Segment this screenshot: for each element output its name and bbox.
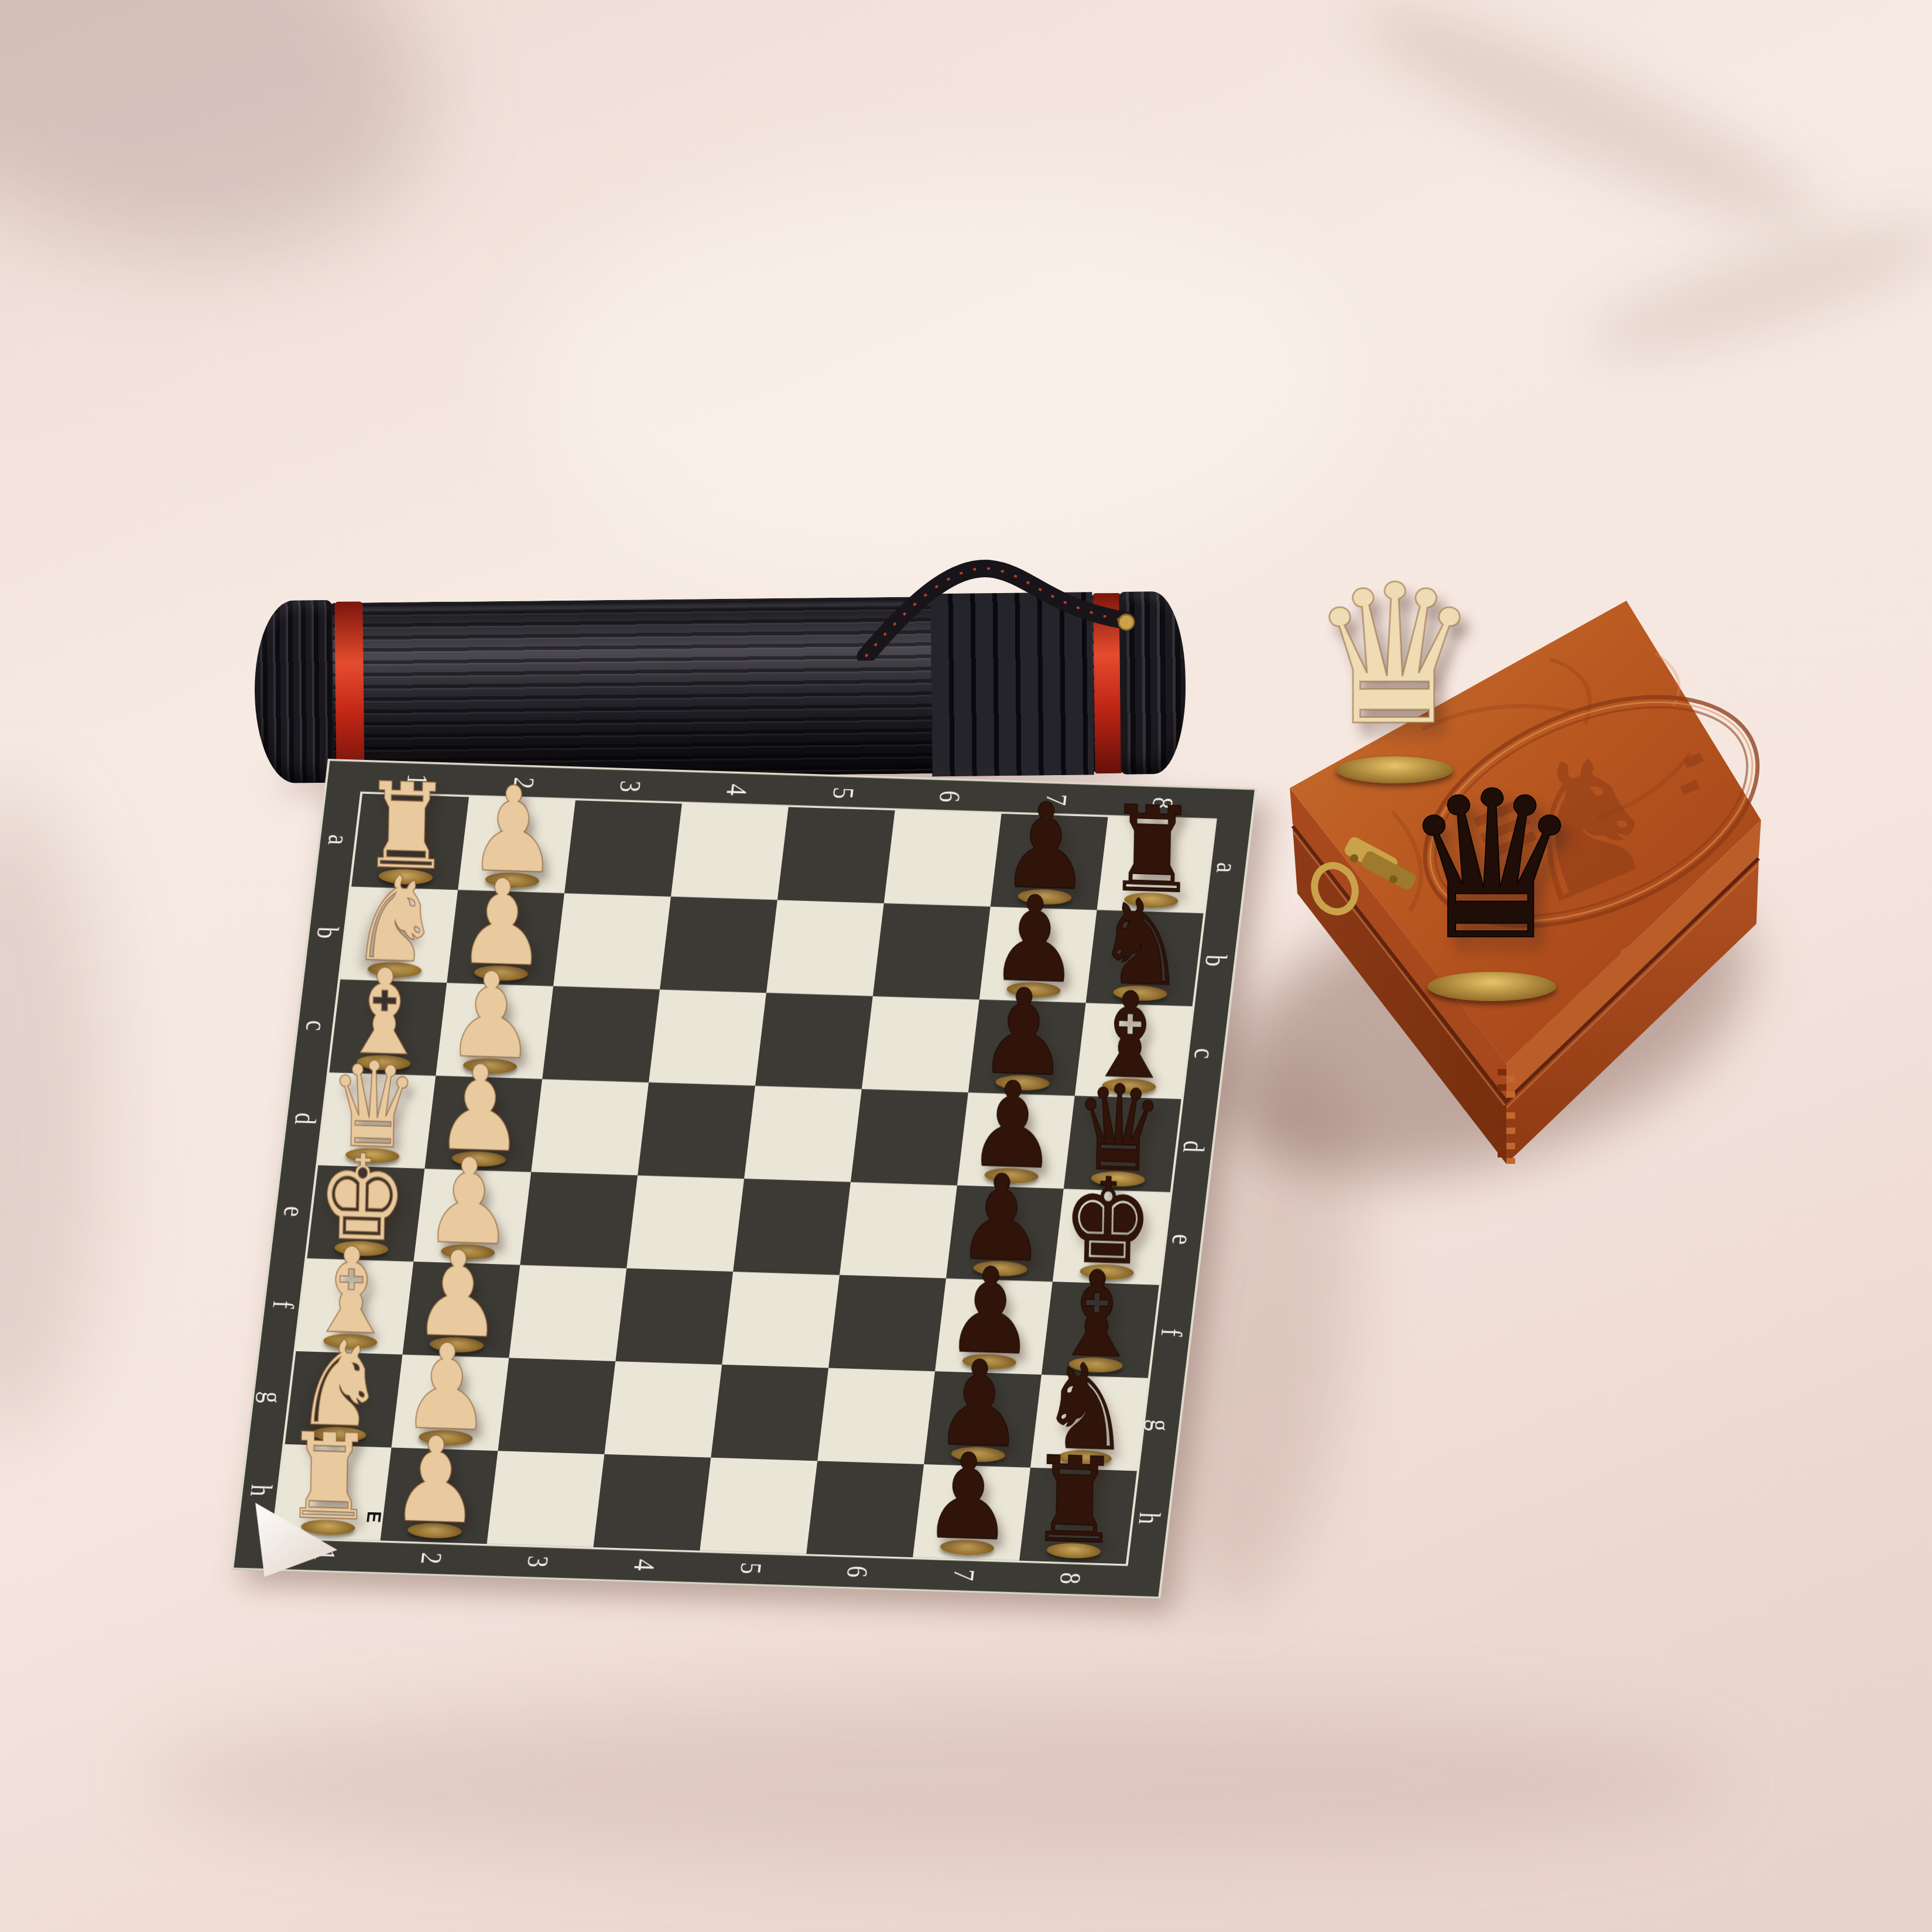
black-pawn-h7[interactable]: ♟	[914, 1432, 1023, 1563]
file-label-right-g: g	[1143, 1419, 1179, 1431]
fabric-highlight	[527, 176, 1347, 585]
tube-left-red-ring	[334, 601, 364, 780]
square-e3[interactable]	[520, 1172, 638, 1268]
square-b4[interactable]	[660, 897, 777, 993]
square-b5[interactable]	[766, 900, 884, 996]
fabric-shadow-left	[0, 790, 105, 1434]
fabric-wrinkle-2	[1578, 198, 1932, 381]
file-label-right-c: c	[1187, 1047, 1222, 1059]
square-a3[interactable]	[564, 800, 682, 896]
white-rook-h1[interactable]: ♜	[275, 1412, 383, 1542]
square-g4[interactable]	[604, 1361, 722, 1457]
file-label-left-g: g	[255, 1390, 290, 1403]
square-d5[interactable]	[744, 1086, 862, 1182]
file-label-right-h: h	[1132, 1512, 1167, 1525]
black-queen-brass-base	[1427, 972, 1556, 1001]
file-label-right-a: a	[1210, 862, 1245, 873]
fabric-shadow-topleft	[0, 0, 470, 311]
square-c4[interactable]	[649, 989, 766, 1085]
square-e5[interactable]	[733, 1179, 851, 1275]
piece-storage-tube	[254, 591, 1186, 784]
rank-label-top-5: 5	[826, 786, 862, 799]
square-a4[interactable]	[671, 804, 789, 900]
rank-label-bottom-6: 6	[840, 1565, 876, 1578]
white-queen-glyph: ♛	[1295, 539, 1494, 773]
file-label-left-c: c	[299, 1020, 334, 1032]
square-c3[interactable]	[542, 986, 660, 1083]
fabric-wrinkle-1	[1339, 0, 1835, 256]
file-label-left-h: h	[244, 1484, 279, 1496]
strap-brass-screw	[1119, 615, 1134, 630]
square-h4[interactable]	[593, 1454, 711, 1550]
square-f5[interactable]	[722, 1272, 840, 1368]
black-queen-on-box[interactable]: ♛	[1386, 744, 1597, 1001]
white-pawn-h2[interactable]: ♟	[381, 1415, 490, 1546]
square-h2[interactable]: ♟	[381, 1447, 498, 1543]
rank-label-top-3-cell: 3	[576, 769, 686, 804]
fabric-shadow-bottom	[146, 1698, 1727, 1862]
rank-label-bottom-8: 8	[1053, 1571, 1088, 1584]
square-a5[interactable]	[777, 807, 895, 903]
file-label-left-f: f	[266, 1300, 301, 1308]
rank-label-bottom-3-cell: 3	[483, 1544, 593, 1579]
rank-label-top-6: 6	[933, 790, 968, 803]
rank-label-bottom-4: 4	[627, 1558, 663, 1571]
tube-carry-strap	[853, 549, 1147, 660]
square-h6[interactable]	[806, 1461, 924, 1557]
square-b3[interactable]	[553, 893, 671, 989]
rank-label-top-5-cell: 5	[789, 775, 899, 810]
file-label-left-b: b	[310, 926, 345, 939]
rank-label-bottom-3: 3	[520, 1555, 556, 1568]
rank-label-bottom-7: 7	[947, 1568, 982, 1581]
rank-label-bottom-6-cell: 6	[803, 1554, 913, 1589]
chessboard: 12345678 12345678 abcdefgh abcdefgh ♜♟♟♜…	[231, 759, 1257, 1599]
file-label-left-e: e	[277, 1205, 312, 1217]
product-photo-scene: 12345678 12345678 abcdefgh abcdefgh ♜♟♟♜…	[0, 0, 1932, 1932]
file-label-right-d: d	[1176, 1140, 1212, 1153]
square-g3[interactable]	[498, 1358, 615, 1454]
rank-label-top-6-cell: 6	[895, 779, 1005, 814]
black-queen-glyph: ♛	[1386, 744, 1597, 989]
square-h8[interactable]: ♜	[1019, 1468, 1137, 1564]
square-f4[interactable]	[615, 1268, 733, 1364]
rank-label-bottom-5: 5	[734, 1561, 769, 1574]
file-label-right-f: f	[1154, 1328, 1189, 1337]
square-f3[interactable]	[509, 1265, 626, 1361]
square-d4[interactable]	[638, 1083, 755, 1179]
square-h5[interactable]	[700, 1458, 817, 1554]
file-label-right-e: e	[1165, 1234, 1200, 1245]
file-label-left-d: d	[288, 1112, 324, 1125]
square-h7[interactable]: ♟	[913, 1464, 1030, 1560]
file-label-left-a: a	[321, 834, 356, 845]
rank-label-bottom-4-cell: 4	[590, 1547, 700, 1582]
square-e4[interactable]	[626, 1176, 744, 1272]
rank-label-top-4: 4	[720, 783, 755, 796]
square-d3[interactable]	[531, 1079, 649, 1175]
tube-left-cap	[254, 600, 334, 783]
square-g5[interactable]	[711, 1365, 828, 1461]
black-rook-h8[interactable]: ♜	[1020, 1435, 1129, 1566]
rank-label-bottom-5-cell: 5	[696, 1550, 806, 1585]
square-c5[interactable]	[755, 993, 873, 1089]
file-label-right-b: b	[1198, 954, 1234, 967]
square-h3[interactable]	[487, 1451, 605, 1547]
rank-label-top-4-cell: 4	[682, 772, 792, 807]
rank-label-bottom-2: 2	[414, 1551, 450, 1564]
board-grid: ♜♟♟♜♞♟♟♞♝♟♟♝♛♟♟♛♚♟♟♚♝♟♟♝♞♟♟♞♜E♟♟♜	[274, 794, 1215, 1564]
rank-label-top-3: 3	[613, 780, 649, 793]
